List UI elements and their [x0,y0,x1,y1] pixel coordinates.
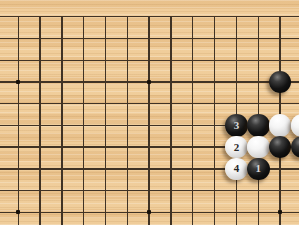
grid-hline [0,103,299,104]
grid-hline [0,38,299,39]
grid-vline [105,16,106,225]
star-point-Q10 [278,210,282,214]
grid-hline [0,60,299,61]
black-stone-O14: 3 [225,114,248,137]
move-number-label: 4 [234,163,240,174]
white-stone-Q14 [269,114,292,137]
star-point-K16 [147,80,151,84]
grid-vline [148,16,149,225]
white-stone-O12: 4 [225,158,248,181]
grid-vline [192,16,193,225]
grid-vline [83,16,84,225]
grid-hline [0,190,299,191]
white-stone-O13: 2 [225,136,248,159]
move-number-label: 3 [234,120,240,131]
black-stone-Q13 [269,136,292,159]
grid-vline [39,16,40,225]
move-number-label: 2 [234,142,240,153]
white-stone-P13 [247,136,270,159]
go-board[interactable]: 3241 [0,0,299,225]
black-stone-Q16 [269,71,292,94]
star-point-D16 [16,80,20,84]
grid-hline [0,16,299,17]
black-stone-P14 [247,114,270,137]
black-stone-P12: 1 [247,158,270,181]
white-stone-R14 [291,114,299,137]
grid-vline [214,16,215,225]
grid-vline [61,16,62,225]
star-point-K10 [147,210,151,214]
grid-vline [170,16,171,225]
black-stone-R13 [291,136,299,159]
move-number-label: 1 [255,163,261,174]
star-point-D10 [16,210,20,214]
grid-vline [18,16,19,225]
grid-vline [127,16,128,225]
